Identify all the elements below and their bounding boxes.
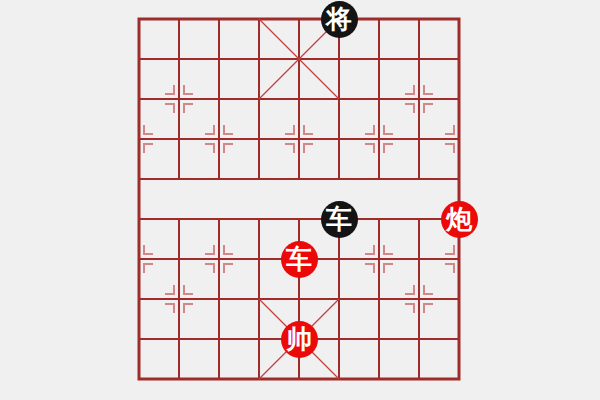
xiangqi-diagram: 将车炮车帅 xyxy=(0,0,600,400)
xiangqi-board: 将车炮车帅 xyxy=(119,0,479,399)
piece-black-general[interactable]: 将 xyxy=(321,1,358,38)
piece-red-chariot[interactable]: 车 xyxy=(281,241,318,278)
piece-red-cannon[interactable]: 炮 xyxy=(441,201,478,238)
piece-black-chariot[interactable]: 车 xyxy=(321,201,358,238)
piece-red-general[interactable]: 帅 xyxy=(281,321,318,358)
